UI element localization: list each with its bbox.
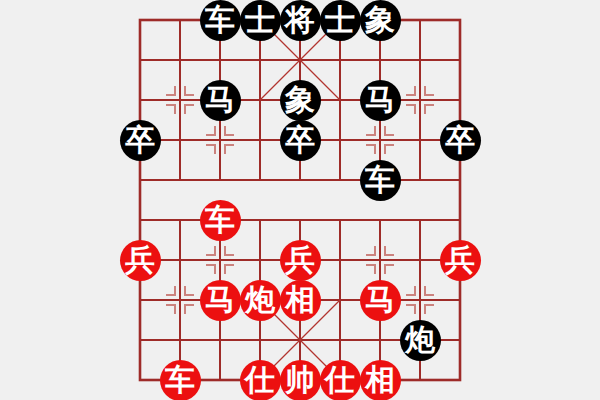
piece-black-soldier[interactable]: 卒 <box>120 120 161 161</box>
piece-black-cannon[interactable]: 炮 <box>400 320 441 361</box>
piece-red-soldier[interactable]: 兵 <box>280 240 321 281</box>
piece-red-elephant[interactable]: 相 <box>360 360 401 400</box>
piece-black-horse[interactable]: 马 <box>360 80 401 121</box>
piece-red-soldier[interactable]: 兵 <box>120 240 161 281</box>
piece-red-horse[interactable]: 马 <box>360 280 401 321</box>
piece-red-cannon[interactable]: 炮 <box>240 280 281 321</box>
piece-red-chariot[interactable]: 车 <box>160 360 201 400</box>
piece-black-chariot[interactable]: 车 <box>200 0 241 41</box>
piece-red-horse[interactable]: 马 <box>200 280 241 321</box>
piece-black-chariot[interactable]: 车 <box>360 160 401 201</box>
piece-black-soldier[interactable]: 卒 <box>280 120 321 161</box>
piece-red-advisor[interactable]: 仕 <box>320 360 361 400</box>
piece-red-soldier[interactable]: 兵 <box>440 240 481 281</box>
piece-red-elephant[interactable]: 相 <box>280 280 321 321</box>
piece-black-elephant[interactable]: 象 <box>360 0 401 41</box>
piece-black-general[interactable]: 将 <box>280 0 321 41</box>
piece-red-king[interactable]: 帅 <box>280 360 321 400</box>
piece-red-chariot[interactable]: 车 <box>200 200 241 241</box>
piece-red-advisor[interactable]: 仕 <box>240 360 281 400</box>
piece-black-elephant[interactable]: 象 <box>280 80 321 121</box>
board-grid[interactable]: 车士将士象马象马卒卒卒车车兵兵兵马炮相马炮车仕帅仕相 <box>120 0 480 400</box>
xiangqi-board: 车士将士象马象马卒卒卒车车兵兵兵马炮相马炮车仕帅仕相 <box>0 0 600 400</box>
piece-black-horse[interactable]: 马 <box>200 80 241 121</box>
piece-black-advisor[interactable]: 士 <box>320 0 361 41</box>
piece-black-soldier[interactable]: 卒 <box>440 120 481 161</box>
piece-black-advisor[interactable]: 士 <box>240 0 281 41</box>
